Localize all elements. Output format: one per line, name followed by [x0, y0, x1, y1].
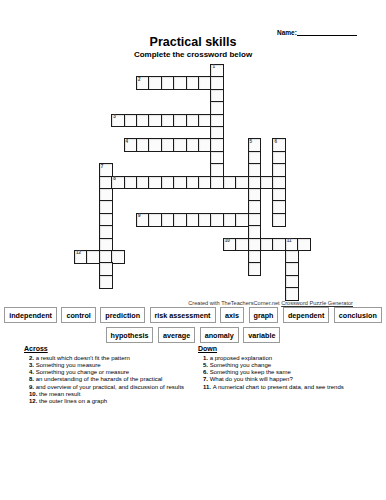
clue-item-text: What do you think will happen?	[210, 376, 293, 382]
clue-item-number: 10.	[29, 391, 39, 397]
word-bank-item: anomaly	[200, 327, 239, 343]
cell-number: 10	[225, 239, 230, 244]
attribution: Created with TheTeachersCorner.net Cross…	[188, 300, 353, 306]
down-clue-list: 1. a proposed explanation5. Something yo…	[198, 355, 376, 391]
clue-item-number: 6.	[203, 369, 210, 375]
clue-item-text: a result which doesn't fit the pattern	[36, 355, 130, 361]
cell-number: 3	[113, 115, 116, 120]
word-bank-item: variable	[243, 327, 280, 343]
word-bank-item: average	[158, 327, 195, 343]
clue-item-number: 11.	[203, 384, 213, 390]
word-bank-row-1: independentcontrolpredictionrisk assessm…	[0, 307, 386, 323]
down-header: Down	[198, 345, 376, 352]
attribution-prefix: Created with TheTeachersCorner.net	[188, 300, 281, 306]
clue-item: 12. the outer lines on a graph	[24, 398, 192, 405]
cell-number: 8	[113, 177, 116, 182]
clue-item-text: Something you measure	[36, 362, 101, 368]
clue-item-number: 5.	[203, 362, 210, 368]
across-clues: Across 2. a result which doesn't fit the…	[24, 345, 192, 406]
across-header: Across	[24, 345, 192, 352]
cell-number: 11	[287, 239, 292, 244]
grid-cell[interactable]	[297, 238, 311, 252]
generator-link[interactable]: Crossword Puzzle Generator	[281, 300, 353, 306]
clue-item: 2. a result which doesn't fit the patter…	[24, 355, 192, 362]
clue-item-text: Something you change	[210, 362, 271, 368]
worksheet-page: Name: Practical skills Complete the cros…	[0, 0, 386, 500]
word-bank-item: axis	[220, 307, 244, 323]
word-bank-item: risk assessment	[150, 307, 216, 323]
clue-item-text: the outer lines on a graph	[39, 398, 107, 404]
clue-item: 5. Something you change	[198, 362, 376, 369]
crossword-grid: 123456789101112	[74, 64, 312, 302]
clue-item-text: the mean result	[39, 391, 80, 397]
down-clues: Down 1. a proposed explanation5. Somethi…	[198, 345, 376, 391]
page-subtitle: Complete the crossword below	[0, 50, 386, 59]
cell-number: 2	[138, 78, 141, 83]
word-bank-item: prediction	[100, 307, 145, 323]
clue-item-text: a proposed explanation	[210, 355, 272, 361]
cell-number: 9	[138, 214, 141, 219]
word-bank-item: conclusion	[334, 307, 382, 323]
cell-number: 5	[250, 140, 253, 145]
clue-item: 6. Something you keep the same	[198, 369, 376, 376]
clue-item-text: Something you change or measure	[36, 369, 129, 375]
clue-item: 1. a proposed explanation	[198, 355, 376, 362]
clue-item: 7. What do you think will happen?	[198, 376, 376, 383]
page-title: Practical skills	[0, 35, 386, 49]
clue-item: 11. A numerical chart to present data, a…	[198, 384, 376, 391]
word-bank-item: graph	[249, 307, 279, 323]
grid-cell[interactable]	[248, 262, 262, 276]
word-bank-row-2: hypothesisaverageanomalyvariable	[0, 327, 386, 343]
grid-cell[interactable]	[111, 250, 125, 264]
grid-cell[interactable]	[272, 213, 286, 227]
clue-item-number: 7.	[203, 376, 210, 382]
clue-item-text: A numerical chart to present data, and s…	[213, 384, 344, 390]
clue-item: 3. Something you measure	[24, 362, 192, 369]
clue-item: 10. the mean result	[24, 391, 192, 398]
cell-number: 4	[126, 140, 129, 145]
clue-item-number: 12.	[29, 398, 39, 404]
cell-number: 7	[101, 165, 104, 170]
clue-item-number: 1.	[203, 355, 210, 361]
cell-number: 6	[274, 140, 277, 145]
grid-cell[interactable]	[285, 287, 299, 301]
clue-item: 9. and overview of your practical, and d…	[24, 384, 192, 391]
word-bank-item: dependent	[283, 307, 329, 323]
across-clue-list: 2. a result which doesn't fit the patter…	[24, 355, 192, 406]
cell-number: 12	[76, 251, 81, 256]
word-bank-item: hypothesis	[106, 327, 154, 343]
clue-item-number: 8.	[29, 376, 36, 382]
clue-item-text: an understanding of the hazards of the p…	[36, 376, 163, 382]
word-bank-item: independent	[4, 307, 57, 323]
clue-item-number: 4.	[29, 369, 36, 375]
clue-item-number: 9.	[29, 384, 36, 390]
cell-number: 1	[212, 65, 215, 70]
clue-item: 8. an understanding of the hazards of th…	[24, 376, 192, 383]
clue-item-number: 3.	[29, 362, 36, 368]
grid-cell[interactable]	[99, 275, 113, 289]
clue-item-text: Something you keep the same	[210, 369, 291, 375]
word-bank-item: control	[61, 307, 95, 323]
clue-item-number: 2.	[29, 355, 36, 361]
clue-item-text: and overview of your practical, and disc…	[36, 384, 184, 390]
clue-item: 4. Something you change or measure	[24, 369, 192, 376]
